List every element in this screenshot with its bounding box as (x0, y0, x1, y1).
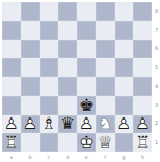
square-a6[interactable] (2, 40, 21, 59)
square-d7[interactable] (58, 21, 77, 40)
chess-app: ♚♟♙♟♙♝♗♛♟♙♞♘♟♙♟♙♜♖♚♔♛♕♜♖ 87654321 abcdef… (0, 0, 160, 162)
square-h3[interactable] (133, 96, 152, 115)
file-label-g: g (115, 152, 134, 162)
rank-label-7: 7 (153, 21, 160, 40)
square-g5[interactable] (115, 58, 134, 77)
square-h1[interactable]: ♜♖ (133, 133, 152, 152)
square-b5[interactable] (21, 58, 40, 77)
square-a1[interactable]: ♜♖ (2, 133, 21, 152)
piece-white-rook[interactable]: ♜♖ (133, 133, 152, 152)
rank-label-1: 1 (153, 133, 160, 152)
square-e8[interactable] (77, 2, 96, 21)
square-f4[interactable] (96, 77, 115, 96)
white-pawn-icon: ♙ (77, 115, 96, 134)
square-f1[interactable]: ♛♕ (96, 133, 115, 152)
piece-black-queen[interactable]: ♛ (58, 115, 77, 134)
black-king-icon: ♚ (77, 96, 96, 115)
square-e5[interactable] (77, 58, 96, 77)
square-d6[interactable] (58, 40, 77, 59)
square-h5[interactable] (133, 58, 152, 77)
square-d8[interactable] (58, 2, 77, 21)
square-g2[interactable]: ♟♙ (115, 115, 134, 134)
square-g6[interactable] (115, 40, 134, 59)
square-h8[interactable] (133, 2, 152, 21)
file-label-c: c (40, 152, 59, 162)
square-b1[interactable] (21, 133, 40, 152)
white-bishop-icon: ♗ (40, 115, 59, 134)
square-h2[interactable]: ♟♙ (133, 115, 152, 134)
file-labels: abcdefgh (2, 152, 152, 162)
piece-white-pawn[interactable]: ♟♙ (77, 115, 96, 134)
rank-label-2: 2 (153, 115, 160, 134)
rank-labels: 87654321 (153, 2, 160, 152)
black-queen-icon: ♛ (58, 115, 77, 134)
square-f8[interactable] (96, 2, 115, 21)
piece-white-queen[interactable]: ♛♕ (96, 133, 115, 152)
square-b6[interactable] (21, 40, 40, 59)
white-king-icon: ♔ (77, 133, 96, 152)
square-h6[interactable] (133, 40, 152, 59)
square-a3[interactable] (2, 96, 21, 115)
white-pawn-icon: ♙ (2, 115, 21, 134)
square-f6[interactable] (96, 40, 115, 59)
piece-white-bishop[interactable]: ♝♗ (40, 115, 59, 134)
square-f2[interactable]: ♞♘ (96, 115, 115, 134)
square-g1[interactable] (115, 133, 134, 152)
square-a5[interactable] (2, 58, 21, 77)
piece-white-rook[interactable]: ♜♖ (2, 133, 21, 152)
square-g4[interactable] (115, 77, 134, 96)
square-c6[interactable] (40, 40, 59, 59)
file-label-b: b (21, 152, 40, 162)
rank-label-5: 5 (153, 58, 160, 77)
piece-white-pawn[interactable]: ♟♙ (21, 115, 40, 134)
square-a2[interactable]: ♟♙ (2, 115, 21, 134)
white-queen-icon: ♕ (96, 133, 115, 152)
square-b7[interactable] (21, 21, 40, 40)
file-label-e: e (77, 152, 96, 162)
square-c8[interactable] (40, 2, 59, 21)
square-h7[interactable] (133, 21, 152, 40)
piece-white-pawn[interactable]: ♟♙ (133, 115, 152, 134)
white-pawn-icon: ♙ (133, 115, 152, 134)
square-b3[interactable] (21, 96, 40, 115)
square-g8[interactable] (115, 2, 134, 21)
rank-label-6: 6 (153, 40, 160, 59)
square-b2[interactable]: ♟♙ (21, 115, 40, 134)
square-c3[interactable] (40, 96, 59, 115)
square-g3[interactable] (115, 96, 134, 115)
square-a7[interactable] (2, 21, 21, 40)
square-b4[interactable] (21, 77, 40, 96)
square-e3[interactable]: ♚ (77, 96, 96, 115)
square-e1[interactable]: ♚♔ (77, 133, 96, 152)
white-pawn-icon: ♙ (21, 115, 40, 134)
square-d5[interactable] (58, 58, 77, 77)
white-rook-icon: ♖ (2, 133, 21, 152)
square-d4[interactable] (58, 77, 77, 96)
file-label-d: d (58, 152, 77, 162)
white-knight-icon: ♘ (96, 115, 115, 134)
square-c7[interactable] (40, 21, 59, 40)
square-a8[interactable] (2, 2, 21, 21)
piece-white-king[interactable]: ♚♔ (77, 133, 96, 152)
white-rook-icon: ♖ (133, 133, 152, 152)
file-label-h: h (133, 152, 152, 162)
square-e7[interactable] (77, 21, 96, 40)
piece-white-knight[interactable]: ♞♘ (96, 115, 115, 134)
square-d2[interactable]: ♛ (58, 115, 77, 134)
square-f5[interactable] (96, 58, 115, 77)
square-e6[interactable] (77, 40, 96, 59)
square-c2[interactable]: ♝♗ (40, 115, 59, 134)
square-d3[interactable] (58, 96, 77, 115)
rank-label-8: 8 (153, 2, 160, 21)
square-b8[interactable] (21, 2, 40, 21)
file-label-f: f (96, 152, 115, 162)
square-a4[interactable] (2, 77, 21, 96)
piece-white-pawn[interactable]: ♟♙ (2, 115, 21, 134)
square-c4[interactable] (40, 77, 59, 96)
square-e2[interactable]: ♟♙ (77, 115, 96, 134)
square-h4[interactable] (133, 77, 152, 96)
file-label-a: a (2, 152, 21, 162)
square-e4[interactable] (77, 77, 96, 96)
square-f7[interactable] (96, 21, 115, 40)
square-f3[interactable] (96, 96, 115, 115)
piece-black-king[interactable]: ♚ (77, 96, 96, 115)
chess-board: ♚♟♙♟♙♝♗♛♟♙♞♘♟♙♟♙♜♖♚♔♛♕♜♖ (2, 2, 152, 152)
rank-label-3: 3 (153, 96, 160, 115)
square-c1[interactable] (40, 133, 59, 152)
rank-label-4: 4 (153, 77, 160, 96)
square-c5[interactable] (40, 58, 59, 77)
square-d1[interactable] (58, 133, 77, 152)
piece-white-pawn[interactable]: ♟♙ (115, 115, 134, 134)
white-pawn-icon: ♙ (115, 115, 134, 134)
square-g7[interactable] (115, 21, 134, 40)
